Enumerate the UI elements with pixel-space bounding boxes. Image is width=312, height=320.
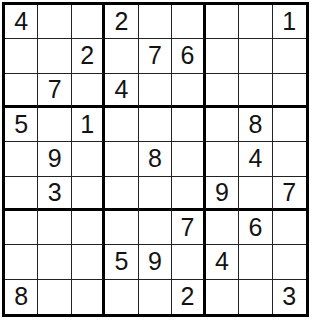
cell-r9c1-given: 8 — [5, 280, 38, 314]
cell-r8c1-empty[interactable] — [5, 245, 38, 279]
cell-r4c9-empty[interactable] — [273, 108, 306, 142]
cell-r5c2-given: 9 — [38, 142, 71, 176]
cell-r2c7-empty[interactable] — [206, 39, 239, 73]
cell-r7c6-given: 7 — [172, 211, 205, 245]
cell-r4c4-empty[interactable] — [105, 108, 138, 142]
cell-r3c5-empty[interactable] — [139, 74, 172, 108]
sudoku-page: 4212767451898439776594823 — [0, 0, 312, 320]
cell-r2c2-empty[interactable] — [38, 39, 71, 73]
cell-r7c9-empty[interactable] — [273, 211, 306, 245]
cell-r7c2-empty[interactable] — [38, 211, 71, 245]
cell-r8c4-given: 5 — [105, 245, 138, 279]
cell-r8c6-empty[interactable] — [172, 245, 205, 279]
cell-r8c2-empty[interactable] — [38, 245, 71, 279]
cell-r2c8-empty[interactable] — [239, 39, 272, 73]
cell-r4c1-given: 5 — [5, 108, 38, 142]
cell-r8c7-given: 4 — [206, 245, 239, 279]
cell-r8c5-given: 9 — [139, 245, 172, 279]
cell-r1c3-empty[interactable] — [72, 5, 105, 39]
cell-r4c2-empty[interactable] — [38, 108, 71, 142]
cell-r6c2-given: 3 — [38, 177, 71, 211]
cell-r3c7-empty[interactable] — [206, 74, 239, 108]
cell-r5c9-empty[interactable] — [273, 142, 306, 176]
cell-r8c8-empty[interactable] — [239, 245, 272, 279]
cell-r2c6-given: 6 — [172, 39, 205, 73]
cell-r6c1-empty[interactable] — [5, 177, 38, 211]
cell-r1c9-given: 1 — [273, 5, 306, 39]
cell-r7c3-empty[interactable] — [72, 211, 105, 245]
cell-r4c6-empty[interactable] — [172, 108, 205, 142]
cell-r5c8-given: 4 — [239, 142, 272, 176]
cell-r4c3-given: 1 — [72, 108, 105, 142]
cell-r9c2-empty[interactable] — [38, 280, 71, 314]
cell-r3c8-empty[interactable] — [239, 74, 272, 108]
cell-r8c3-empty[interactable] — [72, 245, 105, 279]
cell-r6c8-empty[interactable] — [239, 177, 272, 211]
cell-r3c1-empty[interactable] — [5, 74, 38, 108]
cell-r7c4-empty[interactable] — [105, 211, 138, 245]
cell-r3c3-empty[interactable] — [72, 74, 105, 108]
cell-r6c3-empty[interactable] — [72, 177, 105, 211]
cell-r1c1-given: 4 — [5, 5, 38, 39]
cell-r6c4-empty[interactable] — [105, 177, 138, 211]
cell-r7c5-empty[interactable] — [139, 211, 172, 245]
cell-r9c3-empty[interactable] — [72, 280, 105, 314]
cell-r3c9-empty[interactable] — [273, 74, 306, 108]
cell-r2c5-given: 7 — [139, 39, 172, 73]
cell-r5c5-given: 8 — [139, 142, 172, 176]
sudoku-board: 4212767451898439776594823 — [2, 2, 309, 317]
cell-r5c3-empty[interactable] — [72, 142, 105, 176]
cell-r1c4-given: 2 — [105, 5, 138, 39]
cell-r6c7-given: 9 — [206, 177, 239, 211]
cell-r9c4-empty[interactable] — [105, 280, 138, 314]
cell-r9c5-empty[interactable] — [139, 280, 172, 314]
cell-r2c3-given: 2 — [72, 39, 105, 73]
cell-r5c4-empty[interactable] — [105, 142, 138, 176]
cell-r8c9-empty[interactable] — [273, 245, 306, 279]
cell-r6c9-given: 7 — [273, 177, 306, 211]
cell-r4c5-empty[interactable] — [139, 108, 172, 142]
cell-r1c7-empty[interactable] — [206, 5, 239, 39]
cell-r7c7-empty[interactable] — [206, 211, 239, 245]
cell-r5c7-empty[interactable] — [206, 142, 239, 176]
cell-r9c9-given: 3 — [273, 280, 306, 314]
cell-r7c1-empty[interactable] — [5, 211, 38, 245]
cell-r3c6-empty[interactable] — [172, 74, 205, 108]
cell-r4c8-given: 8 — [239, 108, 272, 142]
cell-r9c8-empty[interactable] — [239, 280, 272, 314]
cell-r3c2-given: 7 — [38, 74, 71, 108]
cell-r3c4-given: 4 — [105, 74, 138, 108]
cell-r6c6-empty[interactable] — [172, 177, 205, 211]
cell-r6c5-empty[interactable] — [139, 177, 172, 211]
cell-r9c6-given: 2 — [172, 280, 205, 314]
cell-r9c7-empty[interactable] — [206, 280, 239, 314]
cell-r5c1-empty[interactable] — [5, 142, 38, 176]
cell-r1c5-empty[interactable] — [139, 5, 172, 39]
cell-r5c6-empty[interactable] — [172, 142, 205, 176]
cell-r4c7-empty[interactable] — [206, 108, 239, 142]
cell-r1c8-empty[interactable] — [239, 5, 272, 39]
cell-r2c4-empty[interactable] — [105, 39, 138, 73]
cell-r7c8-given: 6 — [239, 211, 272, 245]
cell-r2c9-empty[interactable] — [273, 39, 306, 73]
cell-r1c2-empty[interactable] — [38, 5, 71, 39]
cell-r2c1-empty[interactable] — [5, 39, 38, 73]
cell-r1c6-empty[interactable] — [172, 5, 205, 39]
